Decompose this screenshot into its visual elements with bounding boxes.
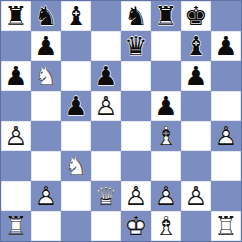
square-c1[interactable] bbox=[61, 211, 91, 241]
square-b5[interactable] bbox=[31, 91, 61, 121]
black-pawn[interactable]: ♟ bbox=[94, 63, 117, 89]
square-f3[interactable] bbox=[151, 151, 181, 181]
square-d7[interactable] bbox=[91, 31, 121, 61]
square-g3[interactable] bbox=[181, 151, 211, 181]
square-e3[interactable] bbox=[121, 151, 151, 181]
square-g7[interactable]: ♝ bbox=[181, 31, 211, 61]
square-h2[interactable] bbox=[211, 181, 241, 211]
white-knight[interactable]: ♞♘ bbox=[34, 63, 57, 89]
square-h4[interactable]: ♟♙ bbox=[211, 121, 241, 151]
square-c5[interactable]: ♟ bbox=[61, 91, 91, 121]
black-king[interactable]: ♚ bbox=[184, 3, 207, 29]
square-g8[interactable]: ♚ bbox=[181, 1, 211, 31]
black-knight[interactable]: ♞ bbox=[124, 3, 147, 29]
square-g6[interactable]: ♟ bbox=[181, 61, 211, 91]
square-f1[interactable]: ♝♗ bbox=[151, 211, 181, 241]
square-c3[interactable]: ♞♘ bbox=[61, 151, 91, 181]
white-pawn[interactable]: ♟♙ bbox=[214, 123, 237, 149]
white-pawn[interactable]: ♟♙ bbox=[184, 183, 207, 209]
white-pawn[interactable]: ♟♙ bbox=[154, 183, 177, 209]
square-a3[interactable] bbox=[1, 151, 31, 181]
square-f7[interactable] bbox=[151, 31, 181, 61]
piece-outline: ♕ bbox=[94, 181, 117, 211]
square-g4[interactable] bbox=[181, 121, 211, 151]
piece-outline: ♖ bbox=[4, 211, 27, 241]
square-a1[interactable]: ♜♖ bbox=[1, 211, 31, 241]
square-b3[interactable] bbox=[31, 151, 61, 181]
square-g5[interactable] bbox=[181, 91, 211, 121]
square-e6[interactable] bbox=[121, 61, 151, 91]
square-g1[interactable] bbox=[181, 211, 211, 241]
square-h5[interactable] bbox=[211, 91, 241, 121]
white-pawn[interactable]: ♟♙ bbox=[94, 93, 117, 119]
square-f4[interactable]: ♝♗ bbox=[151, 121, 181, 151]
square-e5[interactable] bbox=[121, 91, 151, 121]
piece-outline: ♙ bbox=[124, 181, 147, 211]
white-rook[interactable]: ♜♖ bbox=[214, 213, 237, 239]
black-pawn[interactable]: ♟ bbox=[154, 93, 177, 119]
black-pawn[interactable]: ♟ bbox=[4, 63, 27, 89]
square-c4[interactable] bbox=[61, 121, 91, 151]
white-knight[interactable]: ♞♘ bbox=[64, 153, 87, 179]
square-b8[interactable]: ♞ bbox=[31, 1, 61, 31]
square-b4[interactable] bbox=[31, 121, 61, 151]
piece-outline: ♘ bbox=[64, 151, 87, 181]
square-d6[interactable]: ♟ bbox=[91, 61, 121, 91]
square-b2[interactable]: ♟♙ bbox=[31, 181, 61, 211]
black-pawn[interactable]: ♟ bbox=[214, 33, 237, 59]
piece-outline: ♔ bbox=[124, 211, 147, 241]
piece-outline: ♙ bbox=[154, 181, 177, 211]
black-bishop[interactable]: ♝ bbox=[64, 3, 87, 29]
black-pawn[interactable]: ♟ bbox=[34, 33, 57, 59]
square-a7[interactable] bbox=[1, 31, 31, 61]
square-a8[interactable]: ♜ bbox=[1, 1, 31, 31]
white-pawn[interactable]: ♟♙ bbox=[34, 183, 57, 209]
piece-outline: ♗ bbox=[154, 211, 177, 241]
white-bishop[interactable]: ♝♗ bbox=[154, 213, 177, 239]
square-h1[interactable]: ♜♖ bbox=[211, 211, 241, 241]
square-e4[interactable] bbox=[121, 121, 151, 151]
black-knight[interactable]: ♞ bbox=[34, 3, 57, 29]
square-e7[interactable]: ♛ bbox=[121, 31, 151, 61]
black-pawn[interactable]: ♟ bbox=[184, 63, 207, 89]
square-a4[interactable]: ♟♙ bbox=[1, 121, 31, 151]
black-queen[interactable]: ♛ bbox=[124, 33, 147, 59]
black-rook[interactable]: ♜ bbox=[4, 3, 27, 29]
square-a6[interactable]: ♟ bbox=[1, 61, 31, 91]
square-c8[interactable]: ♝ bbox=[61, 1, 91, 31]
square-c7[interactable] bbox=[61, 31, 91, 61]
square-e1[interactable]: ♚♔ bbox=[121, 211, 151, 241]
square-h7[interactable]: ♟ bbox=[211, 31, 241, 61]
square-a5[interactable] bbox=[1, 91, 31, 121]
white-queen[interactable]: ♛♕ bbox=[94, 183, 117, 209]
white-pawn[interactable]: ♟♙ bbox=[4, 123, 27, 149]
square-f5[interactable]: ♟ bbox=[151, 91, 181, 121]
white-rook[interactable]: ♜♖ bbox=[4, 213, 27, 239]
square-d1[interactable] bbox=[91, 211, 121, 241]
black-bishop[interactable]: ♝ bbox=[184, 33, 207, 59]
piece-outline: ♗ bbox=[154, 121, 177, 151]
piece-outline: ♙ bbox=[184, 181, 207, 211]
piece-outline: ♖ bbox=[214, 211, 237, 241]
square-f8[interactable]: ♜ bbox=[151, 1, 181, 31]
square-c6[interactable] bbox=[61, 61, 91, 91]
piece-outline: ♙ bbox=[4, 121, 27, 151]
chess-board: ♜♞♝♞♜♚♟♛♝♟♟♞♘♟♟♟♟♙♟♟♙♝♗♟♙♞♘♟♙♛♕♟♙♟♙♟♙♜♖♚… bbox=[0, 0, 242, 242]
square-b1[interactable] bbox=[31, 211, 61, 241]
square-f6[interactable] bbox=[151, 61, 181, 91]
square-d5[interactable]: ♟♙ bbox=[91, 91, 121, 121]
square-e8[interactable]: ♞ bbox=[121, 1, 151, 31]
white-pawn[interactable]: ♟♙ bbox=[124, 183, 147, 209]
square-g2[interactable]: ♟♙ bbox=[181, 181, 211, 211]
black-pawn[interactable]: ♟ bbox=[64, 93, 87, 119]
square-d8[interactable] bbox=[91, 1, 121, 31]
square-h8[interactable] bbox=[211, 1, 241, 31]
square-e2[interactable]: ♟♙ bbox=[121, 181, 151, 211]
square-d2[interactable]: ♛♕ bbox=[91, 181, 121, 211]
square-b7[interactable]: ♟ bbox=[31, 31, 61, 61]
piece-outline: ♙ bbox=[94, 91, 117, 121]
square-a2[interactable] bbox=[1, 181, 31, 211]
square-d4[interactable] bbox=[91, 121, 121, 151]
square-b6[interactable]: ♞♘ bbox=[31, 61, 61, 91]
piece-outline: ♘ bbox=[34, 61, 57, 91]
square-c2[interactable] bbox=[61, 181, 91, 211]
white-king[interactable]: ♚♔ bbox=[124, 213, 147, 239]
square-d3[interactable] bbox=[91, 151, 121, 181]
white-bishop[interactable]: ♝♗ bbox=[154, 123, 177, 149]
square-h3[interactable] bbox=[211, 151, 241, 181]
black-rook[interactable]: ♜ bbox=[154, 3, 177, 29]
piece-outline: ♙ bbox=[34, 181, 57, 211]
square-h6[interactable] bbox=[211, 61, 241, 91]
square-f2[interactable]: ♟♙ bbox=[151, 181, 181, 211]
piece-outline: ♙ bbox=[214, 121, 237, 151]
